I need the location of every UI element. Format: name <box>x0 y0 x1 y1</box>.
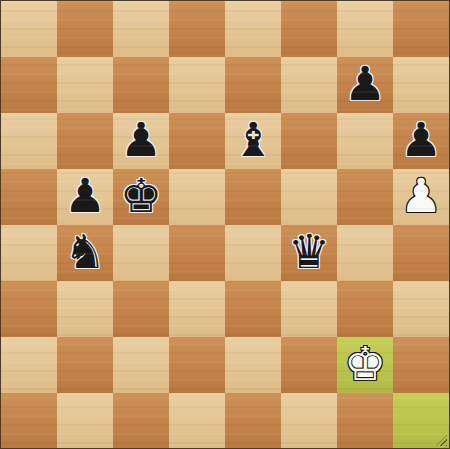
square-f2[interactable] <box>281 337 337 393</box>
square-a4[interactable] <box>1 225 57 281</box>
black-pawn[interactable]: ♟ <box>400 113 442 168</box>
square-c8[interactable] <box>113 1 169 57</box>
square-c5[interactable]: ♚ <box>113 169 169 225</box>
square-d3[interactable] <box>169 281 225 337</box>
square-g8[interactable] <box>337 1 393 57</box>
square-c7[interactable] <box>113 57 169 113</box>
white-king[interactable]: ♚ <box>344 337 386 392</box>
square-f4[interactable]: ♛ <box>281 225 337 281</box>
square-g7[interactable]: ♟ <box>337 57 393 113</box>
square-g4[interactable] <box>337 225 393 281</box>
black-knight[interactable]: ♞ <box>64 225 106 280</box>
square-b1[interactable] <box>57 393 113 449</box>
square-h8[interactable] <box>393 1 449 57</box>
black-pawn[interactable]: ♟ <box>64 169 106 224</box>
square-c6[interactable]: ♟ <box>113 113 169 169</box>
square-f6[interactable] <box>281 113 337 169</box>
black-bishop[interactable]: ♝ <box>232 113 274 168</box>
square-h1[interactable] <box>393 393 449 449</box>
square-b5[interactable]: ♟ <box>57 169 113 225</box>
square-d2[interactable] <box>169 337 225 393</box>
black-queen[interactable]: ♛ <box>288 225 330 280</box>
square-a2[interactable] <box>1 337 57 393</box>
square-a3[interactable] <box>1 281 57 337</box>
square-g1[interactable] <box>337 393 393 449</box>
square-c1[interactable] <box>113 393 169 449</box>
black-pawn[interactable]: ♟ <box>344 57 386 112</box>
square-c2[interactable] <box>113 337 169 393</box>
square-a1[interactable] <box>1 393 57 449</box>
square-h6[interactable]: ♟ <box>393 113 449 169</box>
square-e3[interactable] <box>225 281 281 337</box>
chess-board-frame: ♟♟♝♟♟♚♟♞♛♚ <box>0 0 450 449</box>
square-e2[interactable] <box>225 337 281 393</box>
square-b6[interactable] <box>57 113 113 169</box>
white-pawn[interactable]: ♟ <box>400 169 442 224</box>
square-b3[interactable] <box>57 281 113 337</box>
square-d8[interactable] <box>169 1 225 57</box>
square-e5[interactable] <box>225 169 281 225</box>
square-b4[interactable]: ♞ <box>57 225 113 281</box>
square-h5[interactable]: ♟ <box>393 169 449 225</box>
square-h4[interactable] <box>393 225 449 281</box>
square-a5[interactable] <box>1 169 57 225</box>
square-e8[interactable] <box>225 1 281 57</box>
square-a7[interactable] <box>1 57 57 113</box>
square-f3[interactable] <box>281 281 337 337</box>
square-d6[interactable] <box>169 113 225 169</box>
square-b8[interactable] <box>57 1 113 57</box>
square-e6[interactable]: ♝ <box>225 113 281 169</box>
square-g5[interactable] <box>337 169 393 225</box>
square-b2[interactable] <box>57 337 113 393</box>
chess-board: ♟♟♝♟♟♚♟♞♛♚ <box>1 1 449 449</box>
square-h7[interactable] <box>393 57 449 113</box>
black-king[interactable]: ♚ <box>120 169 162 224</box>
square-h3[interactable] <box>393 281 449 337</box>
square-d5[interactable] <box>169 169 225 225</box>
square-a8[interactable] <box>1 1 57 57</box>
square-e1[interactable] <box>225 393 281 449</box>
square-f8[interactable] <box>281 1 337 57</box>
square-f1[interactable] <box>281 393 337 449</box>
square-b7[interactable] <box>57 57 113 113</box>
square-e7[interactable] <box>225 57 281 113</box>
square-c3[interactable] <box>113 281 169 337</box>
square-c4[interactable] <box>113 225 169 281</box>
square-h2[interactable] <box>393 337 449 393</box>
square-f5[interactable] <box>281 169 337 225</box>
square-f7[interactable] <box>281 57 337 113</box>
square-g6[interactable] <box>337 113 393 169</box>
square-e4[interactable] <box>225 225 281 281</box>
square-d1[interactable] <box>169 393 225 449</box>
square-a6[interactable] <box>1 113 57 169</box>
square-d7[interactable] <box>169 57 225 113</box>
square-d4[interactable] <box>169 225 225 281</box>
square-g2[interactable]: ♚ <box>337 337 393 393</box>
square-g3[interactable] <box>337 281 393 337</box>
black-pawn[interactable]: ♟ <box>120 113 162 168</box>
